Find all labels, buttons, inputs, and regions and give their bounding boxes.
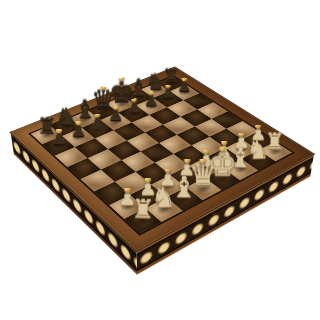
product-image: ♜♞♝♛♚♝♞♜♟♟♟♟♟♟♟♟♟♟♟♟♟♟♟♟♜♞♝♛♚♝♞♜ xyxy=(0,0,320,320)
chess-board-assembly: ♜♞♝♛♚♝♞♜♟♟♟♟♟♟♟♟♟♟♟♟♟♟♟♟♜♞♝♛♚♝♞♜ xyxy=(9,67,315,253)
chessboard-grid: ♜♞♝♛♚♝♞♜♟♟♟♟♟♟♟♟♟♟♟♟♟♟♟♟♜♞♝♛♚♝♞♜ xyxy=(28,75,295,236)
